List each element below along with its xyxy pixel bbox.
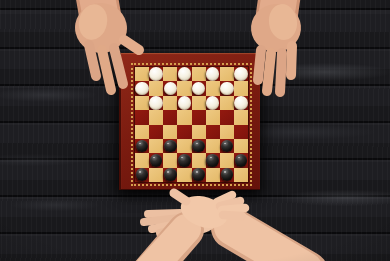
board-square[interactable] (220, 110, 234, 124)
checker-piece-black[interactable] (164, 140, 176, 153)
board-square (192, 96, 206, 110)
board-square[interactable] (220, 139, 234, 153)
board-square[interactable] (234, 125, 248, 139)
board-square (177, 139, 191, 153)
board-square (206, 168, 220, 182)
checker-piece-black[interactable] (221, 140, 233, 153)
checker-piece-white[interactable] (234, 96, 248, 110)
board-square (192, 67, 206, 81)
board-square[interactable] (135, 81, 149, 95)
board-square (135, 67, 149, 81)
board-square (206, 110, 220, 124)
board-grid (135, 67, 248, 182)
board-square (135, 125, 149, 139)
checker-piece-white[interactable] (220, 82, 234, 96)
checker-piece-white[interactable] (135, 82, 149, 96)
board-square (206, 139, 220, 153)
board-square (135, 153, 149, 167)
checker-piece-black[interactable] (235, 154, 247, 167)
board-square (163, 96, 177, 110)
board-square[interactable] (192, 139, 206, 153)
board-square (234, 110, 248, 124)
board-square (163, 67, 177, 81)
board-square[interactable] (177, 125, 191, 139)
board-square[interactable] (220, 81, 234, 95)
board-square (163, 125, 177, 139)
board-square[interactable] (163, 110, 177, 124)
board-square (234, 139, 248, 153)
checker-piece-black[interactable] (192, 168, 204, 181)
board-square[interactable] (135, 110, 149, 124)
board-square (192, 153, 206, 167)
checker-piece-white[interactable] (192, 82, 206, 96)
board-square (149, 139, 163, 153)
board-square (163, 153, 177, 167)
board-square[interactable] (192, 168, 206, 182)
checker-piece-black[interactable] (136, 168, 148, 181)
checker-piece-white[interactable] (178, 96, 192, 110)
photo-scene (0, 0, 390, 261)
board-square (135, 96, 149, 110)
board-square (206, 81, 220, 95)
board-square[interactable] (177, 96, 191, 110)
board-square[interactable] (234, 67, 248, 81)
board-square (234, 81, 248, 95)
checker-piece-black[interactable] (221, 168, 233, 181)
board-square[interactable] (206, 67, 220, 81)
board-square[interactable] (149, 67, 163, 81)
board-square (234, 168, 248, 182)
board-square[interactable] (192, 81, 206, 95)
board-square[interactable] (163, 139, 177, 153)
checker-piece-black[interactable] (150, 154, 162, 167)
board-square[interactable] (234, 153, 248, 167)
checker-piece-white[interactable] (149, 96, 163, 110)
checker-piece-white[interactable] (206, 96, 220, 110)
board-square[interactable] (163, 81, 177, 95)
board-square[interactable] (135, 139, 149, 153)
checker-piece-black[interactable] (178, 154, 190, 167)
board-square (220, 67, 234, 81)
checker-piece-black[interactable] (136, 140, 148, 153)
board-square[interactable] (206, 153, 220, 167)
board-square[interactable] (206, 96, 220, 110)
board-square[interactable] (149, 153, 163, 167)
board-square[interactable] (192, 110, 206, 124)
board-square[interactable] (206, 125, 220, 139)
checker-piece-black[interactable] (164, 168, 176, 181)
board-square (177, 110, 191, 124)
board-square (192, 125, 206, 139)
checker-piece-white[interactable] (149, 67, 163, 81)
board-square[interactable] (149, 96, 163, 110)
board-square (177, 81, 191, 95)
checker-piece-white[interactable] (206, 67, 220, 81)
checker-piece-white[interactable] (178, 67, 192, 81)
board-square[interactable] (149, 125, 163, 139)
board-square[interactable] (135, 168, 149, 182)
board-square[interactable] (177, 67, 191, 81)
board-square (220, 125, 234, 139)
board-square (149, 168, 163, 182)
board-square (177, 168, 191, 182)
board-square[interactable] (220, 168, 234, 182)
board-square (149, 81, 163, 95)
checker-piece-white[interactable] (234, 67, 248, 81)
board-square (220, 153, 234, 167)
checker-piece-black[interactable] (192, 140, 204, 153)
checker-piece-black[interactable] (206, 154, 218, 167)
board-square[interactable] (234, 96, 248, 110)
board-square[interactable] (163, 168, 177, 182)
board-square[interactable] (177, 153, 191, 167)
checkers-board (119, 53, 260, 190)
board-square (220, 96, 234, 110)
board-square (149, 110, 163, 124)
checker-piece-white[interactable] (164, 82, 178, 96)
